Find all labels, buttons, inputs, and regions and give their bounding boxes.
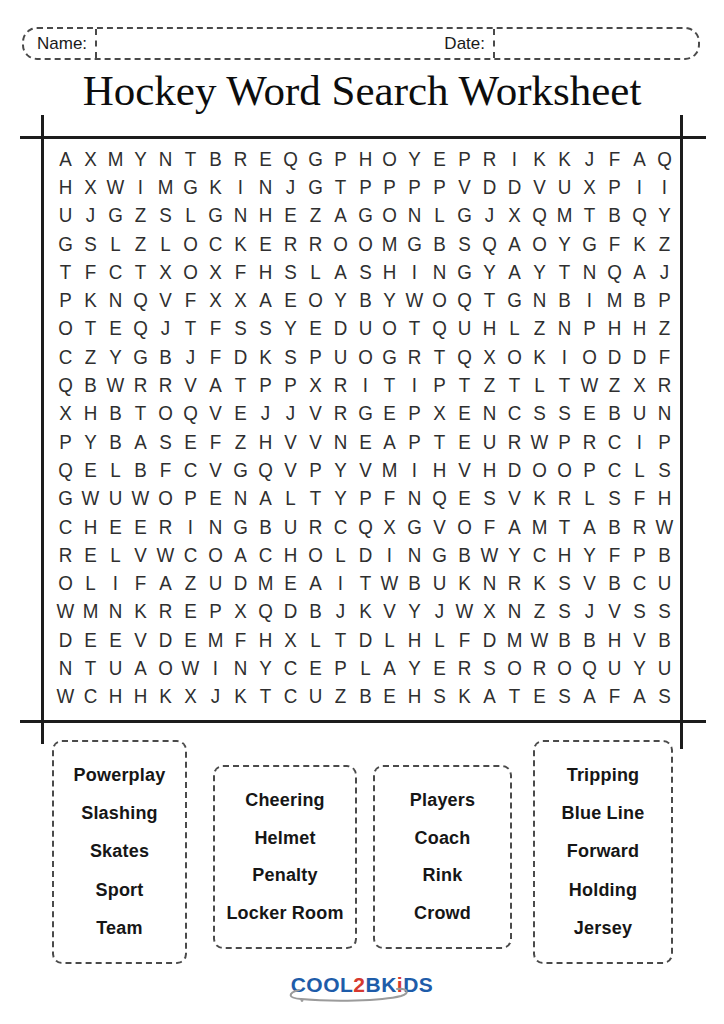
grid-cell-r5c25[interactable]: J (653, 258, 676, 286)
grid-cell-r20c9[interactable]: T (253, 683, 276, 711)
grid-cell-r11c8[interactable]: Z (228, 428, 251, 456)
grid-cell-r5c12[interactable]: A (328, 258, 351, 286)
grid-cell-r9c5[interactable]: R (154, 371, 177, 399)
grid-cell-r3c14[interactable]: O (378, 202, 401, 230)
grid-cell-r13c21[interactable]: R (553, 485, 576, 513)
grid-cell-r4c1[interactable]: G (54, 230, 77, 258)
grid-cell-r16c14[interactable]: W (378, 569, 401, 597)
grid-cell-r4c6[interactable]: O (179, 230, 202, 258)
grid-cell-r3c10[interactable]: E (278, 202, 301, 230)
grid-cell-r6c7[interactable]: X (203, 286, 226, 314)
grid-cell-r3c3[interactable]: G (104, 202, 127, 230)
grid-cell-r12c20[interactable]: O (528, 456, 551, 484)
grid-cell-r19c4[interactable]: A (129, 654, 152, 682)
grid-cell-r16c19[interactable]: R (503, 569, 526, 597)
grid-cell-r7c9[interactable]: S (253, 315, 276, 343)
grid-cell-r9c23[interactable]: Z (603, 371, 626, 399)
grid-cell-r6c25[interactable]: P (653, 286, 676, 314)
grid-cell-r4c13[interactable]: O (353, 230, 376, 258)
grid-cell-r20c8[interactable]: K (228, 683, 251, 711)
grid-cell-r3c13[interactable]: G (353, 202, 376, 230)
grid-cell-r12c2[interactable]: E (79, 456, 102, 484)
grid-cell-r4c7[interactable]: C (203, 230, 226, 258)
grid-cell-r6c19[interactable]: G (503, 286, 526, 314)
grid-cell-r9c21[interactable]: T (553, 371, 576, 399)
grid-cell-r13c11[interactable]: T (303, 485, 326, 513)
grid-cell-r1c17[interactable]: P (453, 145, 476, 173)
grid-cell-r4c14[interactable]: M (378, 230, 401, 258)
grid-cell-r20c20[interactable]: E (528, 683, 551, 711)
grid-cell-r17c2[interactable]: M (79, 598, 102, 626)
grid-cell-r4c9[interactable]: E (253, 230, 276, 258)
grid-cell-r1c16[interactable]: E (428, 145, 451, 173)
grid-cell-r20c22[interactable]: A (578, 683, 601, 711)
grid-cell-r1c7[interactable]: B (203, 145, 226, 173)
grid-cell-r5c19[interactable]: A (503, 258, 526, 286)
grid-cell-r8c13[interactable]: O (353, 343, 376, 371)
grid-cell-r18c25[interactable]: B (653, 626, 676, 654)
grid-cell-r14c10[interactable]: U (278, 513, 301, 541)
grid-cell-r16c13[interactable]: T (353, 569, 376, 597)
grid-cell-r6c20[interactable]: N (528, 286, 551, 314)
grid-cell-r12c9[interactable]: Q (253, 456, 276, 484)
grid-cell-r13c9[interactable]: A (253, 485, 276, 513)
grid-cell-r20c5[interactable]: K (154, 683, 177, 711)
grid-cell-r6c1[interactable]: P (54, 286, 77, 314)
grid-cell-r12c15[interactable]: I (403, 456, 426, 484)
grid-cell-r20c11[interactable]: U (303, 683, 326, 711)
grid-cell-r19c11[interactable]: E (303, 654, 326, 682)
grid-cell-r4c18[interactable]: Q (478, 230, 501, 258)
grid-cell-r11c21[interactable]: P (553, 428, 576, 456)
grid-cell-r12c18[interactable]: H (478, 456, 501, 484)
grid-cell-r18c17[interactable]: F (453, 626, 476, 654)
grid-cell-r10c16[interactable]: X (428, 400, 451, 428)
grid-cell-r5c1[interactable]: T (54, 258, 77, 286)
grid-cell-r12c5[interactable]: F (154, 456, 177, 484)
grid-cell-r7c7[interactable]: F (203, 315, 226, 343)
grid-cell-r13c7[interactable]: E (203, 485, 226, 513)
grid-cell-r14c20[interactable]: M (528, 513, 551, 541)
grid-cell-r5c17[interactable]: G (453, 258, 476, 286)
grid-cell-r14c25[interactable]: W (653, 513, 676, 541)
grid-cell-r6c21[interactable]: B (553, 286, 576, 314)
grid-cell-r20c15[interactable]: H (403, 683, 426, 711)
grid-cell-r10c12[interactable]: R (328, 400, 351, 428)
grid-cell-r15c13[interactable]: D (353, 541, 376, 569)
grid-cell-r4c12[interactable]: O (328, 230, 351, 258)
grid-cell-r7c5[interactable]: J (154, 315, 177, 343)
grid-cell-r13c5[interactable]: O (154, 485, 177, 513)
grid-cell-r8c4[interactable]: G (129, 343, 152, 371)
grid-cell-r7c19[interactable]: L (503, 315, 526, 343)
grid-cell-r1c15[interactable]: Y (403, 145, 426, 173)
grid-cell-r7c10[interactable]: Y (278, 315, 301, 343)
grid-cell-r13c15[interactable]: N (403, 485, 426, 513)
grid-cell-r6c8[interactable]: X (228, 286, 251, 314)
grid-cell-r3c21[interactable]: M (553, 202, 576, 230)
grid-cell-r3c23[interactable]: B (603, 202, 626, 230)
grid-cell-r7c6[interactable]: T (179, 315, 202, 343)
grid-cell-r4c4[interactable]: Z (129, 230, 152, 258)
grid-cell-r16c1[interactable]: O (54, 569, 77, 597)
grid-cell-r2c17[interactable]: V (453, 173, 476, 201)
grid-cell-r19c23[interactable]: U (603, 654, 626, 682)
grid-cell-r18c12[interactable]: T (328, 626, 351, 654)
grid-cell-r14c14[interactable]: X (378, 513, 401, 541)
grid-cell-r14c15[interactable]: G (403, 513, 426, 541)
grid-cell-r10c24[interactable]: U (628, 400, 651, 428)
grid-cell-r13c3[interactable]: U (104, 485, 127, 513)
grid-cell-r13c12[interactable]: Y (328, 485, 351, 513)
grid-cell-r13c25[interactable]: H (653, 485, 676, 513)
grid-cell-r20c17[interactable]: K (453, 683, 476, 711)
grid-cell-r6c3[interactable]: N (104, 286, 127, 314)
grid-cell-r15c25[interactable]: B (653, 541, 676, 569)
grid-cell-r9c17[interactable]: T (453, 371, 476, 399)
grid-cell-r6c18[interactable]: T (478, 286, 501, 314)
grid-cell-r18c4[interactable]: V (129, 626, 152, 654)
grid-cell-r3c24[interactable]: Q (628, 202, 651, 230)
grid-cell-r15c19[interactable]: Y (503, 541, 526, 569)
grid-cell-r17c24[interactable]: S (628, 598, 651, 626)
grid-cell-r11c20[interactable]: W (528, 428, 551, 456)
grid-cell-r15c9[interactable]: C (253, 541, 276, 569)
grid-cell-r18c2[interactable]: E (79, 626, 102, 654)
grid-cell-r20c7[interactable]: J (203, 683, 226, 711)
grid-cell-r15c14[interactable]: I (378, 541, 401, 569)
grid-cell-r2c20[interactable]: V (528, 173, 551, 201)
grid-cell-r9c3[interactable]: W (104, 371, 127, 399)
grid-cell-r8c17[interactable]: Q (453, 343, 476, 371)
grid-cell-r20c18[interactable]: A (478, 683, 501, 711)
name-input[interactable] (95, 29, 431, 58)
grid-cell-r7c25[interactable]: Z (653, 315, 676, 343)
grid-cell-r17c9[interactable]: Q (253, 598, 276, 626)
grid-cell-r9c20[interactable]: L (528, 371, 551, 399)
grid-cell-r5c7[interactable]: X (203, 258, 226, 286)
grid-cell-r9c16[interactable]: P (428, 371, 451, 399)
grid-cell-r11c19[interactable]: R (503, 428, 526, 456)
grid-cell-r19c20[interactable]: R (528, 654, 551, 682)
grid-cell-r3c18[interactable]: J (478, 202, 501, 230)
grid-cell-r7c21[interactable]: N (553, 315, 576, 343)
grid-cell-r17c19[interactable]: N (503, 598, 526, 626)
grid-cell-r17c14[interactable]: V (378, 598, 401, 626)
grid-cell-r10c25[interactable]: N (653, 400, 676, 428)
grid-cell-r2c6[interactable]: G (179, 173, 202, 201)
grid-cell-r7c16[interactable]: Q (428, 315, 451, 343)
grid-cell-r15c7[interactable]: O (203, 541, 226, 569)
grid-cell-r17c23[interactable]: V (603, 598, 626, 626)
grid-cell-r3c15[interactable]: N (403, 202, 426, 230)
grid-cell-r5c24[interactable]: A (628, 258, 651, 286)
grid-cell-r2c25[interactable]: I (653, 173, 676, 201)
grid-cell-r17c15[interactable]: Y (403, 598, 426, 626)
grid-cell-r18c11[interactable]: L (303, 626, 326, 654)
grid-cell-r8c7[interactable]: F (203, 343, 226, 371)
grid-cell-r11c13[interactable]: E (353, 428, 376, 456)
grid-cell-r17c5[interactable]: R (154, 598, 177, 626)
grid-cell-r13c10[interactable]: L (278, 485, 301, 513)
grid-cell-r14c18[interactable]: F (478, 513, 501, 541)
grid-cell-r5c4[interactable]: T (129, 258, 152, 286)
grid-cell-r8c6[interactable]: J (179, 343, 202, 371)
grid-cell-r9c22[interactable]: W (578, 371, 601, 399)
grid-cell-r6c14[interactable]: Y (378, 286, 401, 314)
grid-cell-r7c12[interactable]: D (328, 315, 351, 343)
grid-cell-r12c7[interactable]: V (203, 456, 226, 484)
grid-cell-r19c25[interactable]: U (653, 654, 676, 682)
grid-cell-r19c6[interactable]: W (179, 654, 202, 682)
grid-cell-r9c10[interactable]: P (278, 371, 301, 399)
grid-cell-r16c10[interactable]: E (278, 569, 301, 597)
grid-cell-r20c21[interactable]: S (553, 683, 576, 711)
grid-cell-r15c8[interactable]: A (228, 541, 251, 569)
grid-cell-r17c11[interactable]: B (303, 598, 326, 626)
grid-cell-r14c4[interactable]: E (129, 513, 152, 541)
grid-cell-r1c24[interactable]: A (628, 145, 651, 173)
grid-cell-r10c3[interactable]: B (104, 400, 127, 428)
grid-cell-r16c4[interactable]: F (129, 569, 152, 597)
grid-cell-r13c22[interactable]: L (578, 485, 601, 513)
grid-cell-r15c4[interactable]: V (129, 541, 152, 569)
grid-cell-r1c12[interactable]: P (328, 145, 351, 173)
grid-cell-r12c12[interactable]: Y (328, 456, 351, 484)
grid-cell-r12c19[interactable]: D (503, 456, 526, 484)
grid-cell-r12c13[interactable]: V (353, 456, 376, 484)
grid-cell-r15c11[interactable]: O (303, 541, 326, 569)
grid-cell-r9c14[interactable]: T (378, 371, 401, 399)
grid-cell-r5c5[interactable]: X (154, 258, 177, 286)
grid-cell-r1c23[interactable]: F (603, 145, 626, 173)
grid-cell-r4c21[interactable]: Y (553, 230, 576, 258)
grid-cell-r9c11[interactable]: X (303, 371, 326, 399)
grid-cell-r18c7[interactable]: M (203, 626, 226, 654)
grid-cell-r4c25[interactable]: Z (653, 230, 676, 258)
grid-cell-r16c6[interactable]: Z (179, 569, 202, 597)
grid-cell-r11c22[interactable]: R (578, 428, 601, 456)
grid-cell-r13c23[interactable]: S (603, 485, 626, 513)
grid-cell-r2c9[interactable]: N (253, 173, 276, 201)
grid-cell-r3c25[interactable]: Y (653, 202, 676, 230)
grid-cell-r20c3[interactable]: H (104, 683, 127, 711)
grid-cell-r6c2[interactable]: K (79, 286, 102, 314)
grid-cell-r3c17[interactable]: G (453, 202, 476, 230)
grid-cell-r17c3[interactable]: N (104, 598, 127, 626)
grid-cell-r16c8[interactable]: D (228, 569, 251, 597)
grid-cell-r3c1[interactable]: U (54, 202, 77, 230)
grid-cell-r14c7[interactable]: N (203, 513, 226, 541)
grid-cell-r1c4[interactable]: Y (129, 145, 152, 173)
grid-cell-r19c3[interactable]: U (104, 654, 127, 682)
grid-cell-r18c1[interactable]: D (54, 626, 77, 654)
grid-cell-r15c17[interactable]: B (453, 541, 476, 569)
grid-cell-r12c23[interactable]: C (603, 456, 626, 484)
grid-cell-r16c15[interactable]: B (403, 569, 426, 597)
grid-cell-r8c22[interactable]: O (578, 343, 601, 371)
grid-cell-r11c5[interactable]: S (154, 428, 177, 456)
grid-cell-r1c6[interactable]: T (179, 145, 202, 173)
grid-cell-r12c11[interactable]: P (303, 456, 326, 484)
grid-cell-r11c7[interactable]: F (203, 428, 226, 456)
grid-cell-r5c8[interactable]: F (228, 258, 251, 286)
grid-cell-r15c16[interactable]: G (428, 541, 451, 569)
grid-cell-r16c23[interactable]: B (603, 569, 626, 597)
grid-cell-r15c12[interactable]: L (328, 541, 351, 569)
grid-cell-r1c8[interactable]: R (228, 145, 251, 173)
grid-cell-r14c22[interactable]: A (578, 513, 601, 541)
grid-cell-r2c13[interactable]: P (353, 173, 376, 201)
grid-cell-r15c10[interactable]: H (278, 541, 301, 569)
grid-cell-r8c10[interactable]: S (278, 343, 301, 371)
grid-cell-r1c9[interactable]: E (253, 145, 276, 173)
grid-cell-r11c3[interactable]: B (104, 428, 127, 456)
grid-cell-r5c14[interactable]: H (378, 258, 401, 286)
grid-cell-r9c13[interactable]: I (353, 371, 376, 399)
grid-cell-r2c10[interactable]: J (278, 173, 301, 201)
grid-cell-r18c18[interactable]: D (478, 626, 501, 654)
grid-cell-r2c15[interactable]: P (403, 173, 426, 201)
grid-cell-r18c15[interactable]: H (403, 626, 426, 654)
grid-cell-r16c20[interactable]: K (528, 569, 551, 597)
grid-cell-r17c16[interactable]: J (428, 598, 451, 626)
grid-cell-r14c24[interactable]: R (628, 513, 651, 541)
grid-cell-r12c3[interactable]: L (104, 456, 127, 484)
grid-cell-r7c14[interactable]: O (378, 315, 401, 343)
grid-cell-r5c20[interactable]: Y (528, 258, 551, 286)
grid-cell-r14c6[interactable]: I (179, 513, 202, 541)
grid-cell-r17c20[interactable]: Z (528, 598, 551, 626)
grid-cell-r19c5[interactable]: O (154, 654, 177, 682)
grid-cell-r16c5[interactable]: A (154, 569, 177, 597)
grid-cell-r20c25[interactable]: S (653, 683, 676, 711)
grid-cell-r3c19[interactable]: X (503, 202, 526, 230)
grid-cell-r19c10[interactable]: C (278, 654, 301, 682)
grid-cell-r11c15[interactable]: P (403, 428, 426, 456)
grid-cell-r2c4[interactable]: I (129, 173, 152, 201)
grid-cell-r19c24[interactable]: Y (628, 654, 651, 682)
grid-cell-r2c3[interactable]: W (104, 173, 127, 201)
grid-cell-r8c18[interactable]: X (478, 343, 501, 371)
grid-cell-r11c18[interactable]: U (478, 428, 501, 456)
grid-cell-r2c5[interactable]: M (154, 173, 177, 201)
grid-cell-r14c13[interactable]: Q (353, 513, 376, 541)
grid-cell-r19c19[interactable]: O (503, 654, 526, 682)
grid-cell-r17c21[interactable]: S (553, 598, 576, 626)
grid-cell-r10c1[interactable]: X (54, 400, 77, 428)
grid-cell-r8c23[interactable]: D (603, 343, 626, 371)
grid-cell-r7c22[interactable]: P (578, 315, 601, 343)
grid-cell-r11c4[interactable]: A (129, 428, 152, 456)
grid-cell-r18c22[interactable]: B (578, 626, 601, 654)
grid-cell-r11c25[interactable]: P (653, 428, 676, 456)
grid-cell-r11c11[interactable]: V (303, 428, 326, 456)
grid-cell-r11c9[interactable]: H (253, 428, 276, 456)
grid-cell-r10c19[interactable]: C (503, 400, 526, 428)
grid-cell-r15c3[interactable]: L (104, 541, 127, 569)
grid-cell-r8c8[interactable]: D (228, 343, 251, 371)
grid-cell-r7c17[interactable]: U (453, 315, 476, 343)
grid-cell-r19c8[interactable]: N (228, 654, 251, 682)
grid-cell-r10c20[interactable]: S (528, 400, 551, 428)
grid-cell-r5c18[interactable]: Y (478, 258, 501, 286)
grid-cell-r10c21[interactable]: S (553, 400, 576, 428)
grid-cell-r6c22[interactable]: I (578, 286, 601, 314)
grid-cell-r5c22[interactable]: N (578, 258, 601, 286)
grid-cell-r10c14[interactable]: E (378, 400, 401, 428)
grid-cell-r17c6[interactable]: E (179, 598, 202, 626)
grid-cell-r17c4[interactable]: K (129, 598, 152, 626)
grid-cell-r13c8[interactable]: N (228, 485, 251, 513)
grid-cell-r19c17[interactable]: R (453, 654, 476, 682)
grid-cell-r19c2[interactable]: T (79, 654, 102, 682)
grid-cell-r6c9[interactable]: A (253, 286, 276, 314)
grid-cell-r19c12[interactable]: P (328, 654, 351, 682)
grid-cell-r11c1[interactable]: P (54, 428, 77, 456)
grid-cell-r6c16[interactable]: O (428, 286, 451, 314)
grid-cell-r13c13[interactable]: P (353, 485, 376, 513)
grid-cell-r3c22[interactable]: T (578, 202, 601, 230)
grid-cell-r12c24[interactable]: L (628, 456, 651, 484)
grid-cell-r8c11[interactable]: P (303, 343, 326, 371)
grid-cell-r15c5[interactable]: W (154, 541, 177, 569)
grid-cell-r19c9[interactable]: Y (253, 654, 276, 682)
grid-cell-r10c2[interactable]: H (79, 400, 102, 428)
grid-cell-r20c12[interactable]: Z (328, 683, 351, 711)
grid-cell-r17c18[interactable]: X (478, 598, 501, 626)
date-input[interactable] (493, 29, 698, 58)
grid-cell-r13c2[interactable]: W (79, 485, 102, 513)
grid-cell-r13c4[interactable]: W (129, 485, 152, 513)
grid-cell-r8c21[interactable]: I (553, 343, 576, 371)
grid-cell-r7c11[interactable]: E (303, 315, 326, 343)
grid-cell-r10c4[interactable]: T (129, 400, 152, 428)
grid-cell-r16c12[interactable]: I (328, 569, 351, 597)
grid-cell-r14c23[interactable]: B (603, 513, 626, 541)
grid-cell-r14c19[interactable]: A (503, 513, 526, 541)
grid-cell-r14c8[interactable]: G (228, 513, 251, 541)
grid-cell-r18c24[interactable]: V (628, 626, 651, 654)
grid-cell-r4c19[interactable]: A (503, 230, 526, 258)
grid-cell-r10c10[interactable]: J (278, 400, 301, 428)
grid-cell-r19c13[interactable]: L (353, 654, 376, 682)
grid-cell-r20c14[interactable]: E (378, 683, 401, 711)
grid-cell-r15c6[interactable]: C (179, 541, 202, 569)
grid-cell-r4c11[interactable]: R (303, 230, 326, 258)
grid-cell-r9c7[interactable]: A (203, 371, 226, 399)
grid-cell-r20c16[interactable]: S (428, 683, 451, 711)
grid-cell-r11c2[interactable]: Y (79, 428, 102, 456)
grid-cell-r16c24[interactable]: C (628, 569, 651, 597)
grid-cell-r10c22[interactable]: E (578, 400, 601, 428)
grid-cell-r4c2[interactable]: S (79, 230, 102, 258)
grid-cell-r6c4[interactable]: Q (129, 286, 152, 314)
grid-cell-r11c23[interactable]: C (603, 428, 626, 456)
grid-cell-r10c6[interactable]: Q (179, 400, 202, 428)
grid-cell-r15c2[interactable]: E (79, 541, 102, 569)
grid-cell-r8c19[interactable]: O (503, 343, 526, 371)
grid-cell-r18c13[interactable]: D (353, 626, 376, 654)
grid-cell-r8c14[interactable]: G (378, 343, 401, 371)
grid-cell-r20c2[interactable]: C (79, 683, 102, 711)
grid-cell-r1c1[interactable]: A (54, 145, 77, 173)
grid-cell-r8c25[interactable]: F (653, 343, 676, 371)
grid-cell-r2c19[interactable]: D (503, 173, 526, 201)
grid-cell-r13c24[interactable]: F (628, 485, 651, 513)
grid-cell-r18c20[interactable]: W (528, 626, 551, 654)
grid-cell-r11c10[interactable]: V (278, 428, 301, 456)
